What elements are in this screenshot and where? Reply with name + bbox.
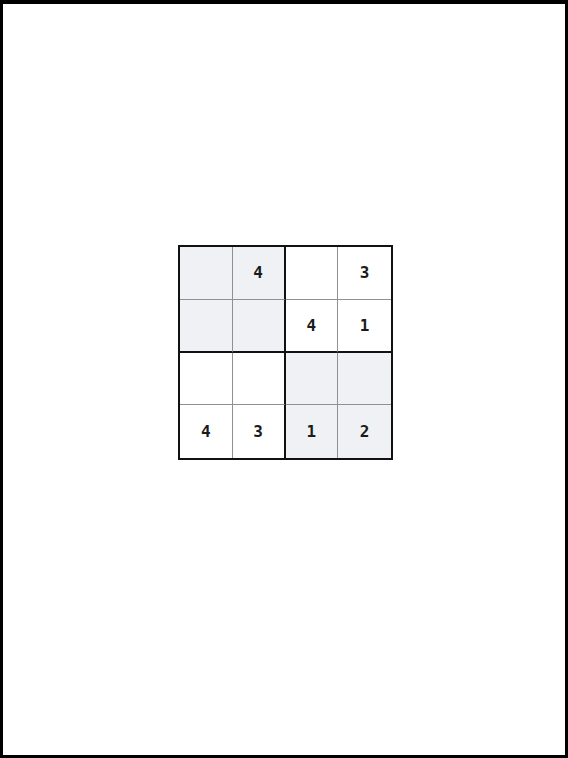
cell-r3c2-empty[interactable] xyxy=(233,353,286,406)
cell-r4c1-clue: 4 xyxy=(180,405,233,458)
cell-r1c3-empty[interactable] xyxy=(286,247,339,300)
cell-r2c3-clue: 4 xyxy=(286,300,339,353)
cell-r3c3-empty[interactable] xyxy=(286,353,339,406)
cell-r2c1-empty[interactable] xyxy=(180,300,233,353)
cell-r1c4-clue: 3 xyxy=(338,247,391,300)
cell-r3c1-empty[interactable] xyxy=(180,353,233,406)
cell-r4c4-clue: 2 xyxy=(338,405,391,458)
cell-r4c2-clue: 3 xyxy=(233,405,286,458)
sudoku-board: 43414312 xyxy=(178,245,393,460)
cell-r2c4-clue: 1 xyxy=(338,300,391,353)
cell-r2c2-empty[interactable] xyxy=(233,300,286,353)
cell-r4c3-clue: 1 xyxy=(286,405,339,458)
cell-r1c2-clue: 4 xyxy=(233,247,286,300)
cell-r3c4-empty[interactable] xyxy=(338,353,391,406)
worksheet-page: 43414312 xyxy=(0,0,568,758)
cell-r1c1-empty[interactable] xyxy=(180,247,233,300)
